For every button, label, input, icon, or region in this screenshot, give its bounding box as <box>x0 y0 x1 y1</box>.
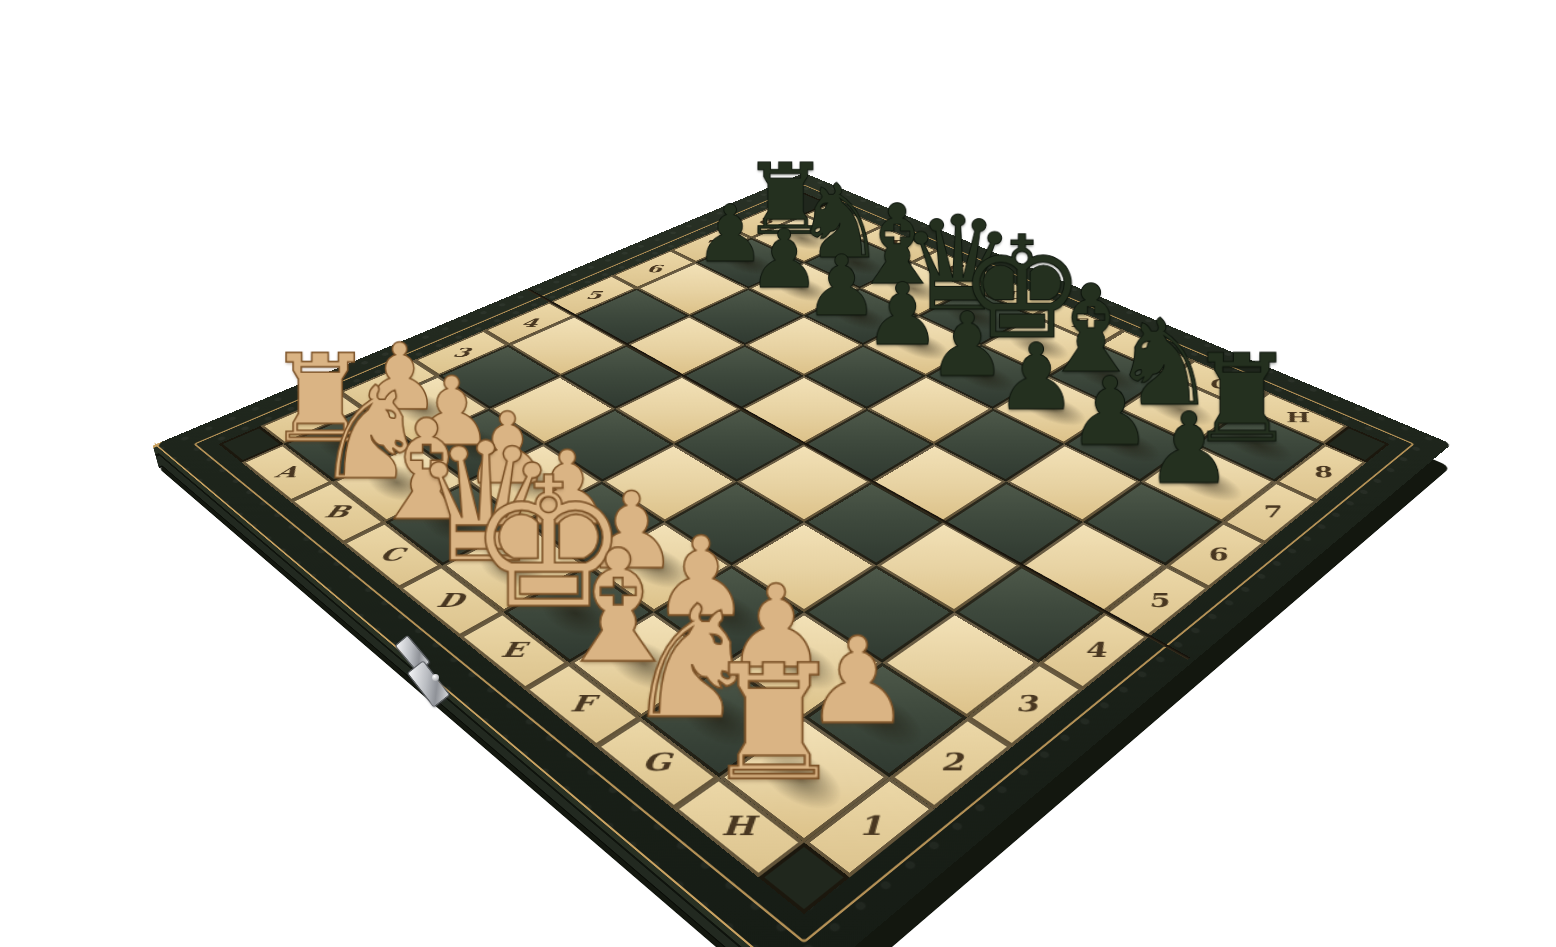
rank-label-text: 4 <box>520 316 540 329</box>
file-label-text: A <box>272 463 301 481</box>
piece-green-pawn-f6[interactable]: ♟ <box>995 333 1077 420</box>
piece-green-pawn-g6[interactable]: ♟ <box>1068 366 1153 456</box>
rank-label-text: 5 <box>1144 589 1171 611</box>
rank-label-text: 6 <box>646 263 663 275</box>
rank-label-text: 7 <box>1257 502 1284 521</box>
rank-label-text: 4 <box>1081 638 1108 662</box>
file-label-text: B <box>322 502 353 521</box>
file-label-text: D <box>434 589 466 611</box>
file-label-text: F <box>568 691 595 717</box>
rank-label-text: 8 <box>1308 463 1335 481</box>
file-label-text: H <box>720 810 755 841</box>
piece-white-rook-h0[interactable]: ♜ <box>702 648 845 800</box>
rank-label-text: 2 <box>938 748 964 776</box>
photo-canvas: ABCDEFGH8♜♞♝♛♚♝♞♜87♟♟♟♟♟♟♟♟7665544332♟♟♟… <box>0 0 1556 947</box>
clasp-lower-tab <box>407 660 451 708</box>
chess-set-scene: ABCDEFGH8♜♞♝♛♚♝♞♜87♟♟♟♟♟♟♟♟7665544332♟♟♟… <box>346 0 1262 902</box>
file-label-text: G <box>641 748 673 776</box>
rank-label-text: 6 <box>1203 544 1230 564</box>
clasp-pin <box>432 674 439 681</box>
chess-board: ABCDEFGH8♜♞♝♛♚♝♞♜87♟♟♟♟♟♟♟♟7665544332♟♟♟… <box>156 173 1451 947</box>
rank-label-text: 1 <box>857 810 883 841</box>
file-label-text: E <box>499 638 528 662</box>
file-label-text: C <box>377 544 407 564</box>
piece-green-pawn-h6[interactable]: ♟ <box>1145 402 1233 496</box>
board-tilt-wrapper: ABCDEFGH8♜♞♝♛♚♝♞♜87♟♟♟♟♟♟♟♟7665544332♟♟♟… <box>156 173 1451 947</box>
rank-label-text: 5 <box>584 289 602 301</box>
rank-label-text: 3 <box>1013 691 1040 717</box>
board-grid: ABCDEFGH8♜♞♝♛♚♝♞♜87♟♟♟♟♟♟♟♟7665544332♟♟♟… <box>219 193 1390 914</box>
metal-clasp <box>398 634 468 716</box>
